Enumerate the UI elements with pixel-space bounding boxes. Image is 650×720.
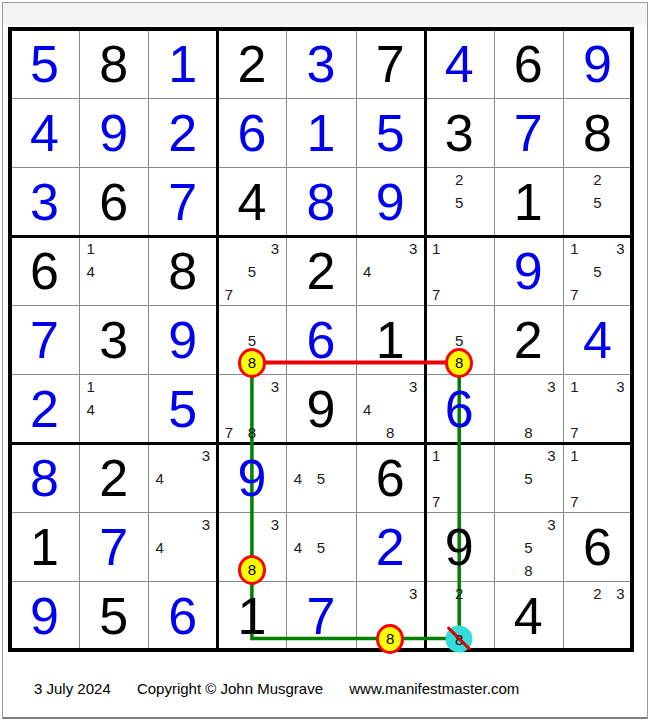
cell-r3c7[interactable]: 25	[425, 167, 494, 236]
cell-value: 3	[10, 167, 79, 236]
cell-value: 8	[286, 167, 355, 236]
cell-r4c3[interactable]: 8	[148, 236, 217, 305]
cell-value: 1	[286, 98, 355, 167]
footer: 3 July 2024 Copyright © John Musgrave ww…	[34, 680, 541, 697]
cell-value: 8	[79, 29, 148, 98]
cell-value: 6	[286, 305, 355, 374]
candidate-4: 4	[156, 470, 164, 485]
cell-value: 9	[425, 512, 494, 581]
cell-r1c5[interactable]: 3	[286, 29, 355, 98]
candidate-3: 3	[202, 516, 210, 531]
candidate-7: 7	[570, 493, 578, 508]
sudoku-page: 5812374694926153783674892512561483572341…	[0, 0, 650, 720]
footer-website: www.manifestmaster.com	[349, 680, 519, 697]
candidate-1: 1	[86, 378, 94, 393]
cell-r5c9[interactable]: 4	[563, 305, 632, 374]
cell-r7c7[interactable]: 17	[425, 443, 494, 512]
cell-value: 9	[356, 167, 425, 236]
cell-r1c3[interactable]: 1	[148, 29, 217, 98]
candidate-3: 3	[616, 240, 624, 255]
cell-value: 7	[494, 98, 563, 167]
cell-r5c2[interactable]: 3	[79, 305, 148, 374]
cell-value: 8	[10, 443, 79, 512]
candidate-3: 3	[409, 585, 417, 600]
cell-r4c9[interactable]: 1357	[563, 236, 632, 305]
cell-r8c2[interactable]: 7	[79, 512, 148, 581]
candidate-2: 2	[593, 585, 601, 600]
cell-value: 1	[356, 305, 425, 374]
cell-r7c9[interactable]: 17	[563, 443, 632, 512]
cell-r8c6[interactable]: 2	[356, 512, 425, 581]
cell-r2c7[interactable]: 3	[425, 98, 494, 167]
cell-value: 2	[286, 236, 355, 305]
cell-r3c2[interactable]: 6	[79, 167, 148, 236]
cell-value: 2	[79, 443, 148, 512]
cell-value: 9	[563, 29, 632, 98]
cell-r5c8[interactable]: 2	[494, 305, 563, 374]
candidate-7: 7	[225, 286, 233, 301]
cell-r7c2[interactable]: 2	[79, 443, 148, 512]
cell-r6c8[interactable]: 38	[494, 374, 563, 443]
cell-r4c4[interactable]: 357	[217, 236, 286, 305]
candidate-2: 2	[593, 171, 601, 186]
cell-r4c1[interactable]: 6	[10, 236, 79, 305]
cell-value: 1	[494, 167, 563, 236]
cell-value: 9	[286, 374, 355, 443]
candidate-8: 8	[248, 562, 256, 577]
cell-value: 6	[494, 29, 563, 98]
cell-r8c5[interactable]: 45	[286, 512, 355, 581]
candidate-7: 7	[570, 424, 578, 439]
cell-value: 6	[563, 512, 632, 581]
cell-r3c8[interactable]: 1	[494, 167, 563, 236]
candidate-5: 5	[593, 194, 601, 209]
candidate-8: 8	[386, 631, 394, 646]
cell-r3c9[interactable]: 25	[563, 167, 632, 236]
cell-value: 4	[425, 29, 494, 98]
cell-value: 7	[286, 581, 355, 650]
candidate-5: 5	[317, 470, 325, 485]
candidate-5: 5	[455, 194, 463, 209]
cell-value: 3	[286, 29, 355, 98]
cell-r7c1[interactable]: 8	[10, 443, 79, 512]
cell-r6c2[interactable]: 14	[79, 374, 148, 443]
cell-value: 5	[356, 98, 425, 167]
candidate-5: 5	[524, 539, 532, 554]
cell-value: 2	[217, 29, 286, 98]
cell-r5c3[interactable]: 9	[148, 305, 217, 374]
candidate-1: 1	[570, 378, 578, 393]
candidate-4: 4	[363, 263, 371, 278]
candidate-4: 4	[363, 401, 371, 416]
cell-value: 7	[10, 305, 79, 374]
cell-r4c2[interactable]: 14	[79, 236, 148, 305]
cell-r8c8[interactable]: 358	[494, 512, 563, 581]
cell-value: 8	[563, 98, 632, 167]
cell-value: 2	[356, 512, 425, 581]
candidate-4: 4	[294, 539, 302, 554]
cell-value: 3	[425, 98, 494, 167]
cell-value: 6	[356, 443, 425, 512]
cell-r9c8[interactable]: 4	[494, 581, 563, 650]
cell-value: 4	[10, 98, 79, 167]
candidate-8: 8	[248, 355, 256, 370]
candidate-3: 3	[547, 378, 555, 393]
cell-value: 6	[217, 98, 286, 167]
cell-r8c3[interactable]: 34	[148, 512, 217, 581]
cells-layer: 5812374694926153783674892512561483572341…	[10, 29, 632, 650]
cell-value: 1	[217, 581, 286, 650]
candidate-3: 3	[271, 378, 279, 393]
footer-date: 3 July 2024	[34, 680, 111, 697]
candidate-5: 5	[248, 263, 256, 278]
candidate-1: 1	[570, 447, 578, 462]
cell-value: 9	[10, 581, 79, 650]
candidate-3: 3	[616, 378, 624, 393]
candidate-5: 5	[524, 470, 532, 485]
candidate-1: 1	[432, 240, 440, 255]
cell-r4c5[interactable]: 2	[286, 236, 355, 305]
candidate-7: 7	[432, 286, 440, 301]
cell-r9c9[interactable]: 23	[563, 581, 632, 650]
cell-r3c6[interactable]: 9	[356, 167, 425, 236]
candidate-5: 5	[593, 263, 601, 278]
cell-value: 7	[148, 167, 217, 236]
cell-r3c5[interactable]: 8	[286, 167, 355, 236]
candidate-4: 4	[86, 401, 94, 416]
cell-r3c1[interactable]: 3	[10, 167, 79, 236]
candidate-5: 5	[455, 332, 463, 347]
cell-r4c8[interactable]: 9	[494, 236, 563, 305]
cell-r9c3[interactable]: 6	[148, 581, 217, 650]
cell-r9c4[interactable]: 1	[217, 581, 286, 650]
cell-r9c1[interactable]: 9	[10, 581, 79, 650]
candidate-3: 3	[547, 516, 555, 531]
cell-value: 6	[79, 167, 148, 236]
cell-r6c1[interactable]: 2	[10, 374, 79, 443]
candidate-3: 3	[271, 516, 279, 531]
candidate-7: 7	[432, 493, 440, 508]
footer-copyright: Copyright © John Musgrave	[137, 680, 323, 697]
candidate-2: 2	[455, 585, 463, 600]
cell-value: 6	[425, 374, 494, 443]
cell-r2c6[interactable]: 5	[356, 98, 425, 167]
cell-r1c4[interactable]: 2	[217, 29, 286, 98]
candidate-8: 8	[455, 631, 463, 646]
cell-value: 9	[217, 443, 286, 512]
cell-value: 4	[494, 581, 563, 650]
cell-r5c5[interactable]: 6	[286, 305, 355, 374]
candidate-4: 4	[294, 470, 302, 485]
cell-r1c7[interactable]: 4	[425, 29, 494, 98]
cell-value: 6	[10, 236, 79, 305]
cell-r9c7[interactable]: 28	[425, 581, 494, 650]
cell-value: 5	[10, 29, 79, 98]
cell-value: 7	[79, 512, 148, 581]
candidate-4: 4	[86, 263, 94, 278]
cell-r1c2[interactable]: 8	[79, 29, 148, 98]
cell-value: 6	[148, 581, 217, 650]
candidate-2: 2	[455, 171, 463, 186]
cell-r2c1[interactable]: 4	[10, 98, 79, 167]
cell-r4c7[interactable]: 17	[425, 236, 494, 305]
cell-r5c6[interactable]: 1	[356, 305, 425, 374]
cell-value: 5	[148, 374, 217, 443]
candidate-5: 5	[248, 332, 256, 347]
cell-r2c4[interactable]: 6	[217, 98, 286, 167]
cell-r7c5[interactable]: 45	[286, 443, 355, 512]
candidate-7: 7	[225, 424, 233, 439]
candidate-8: 8	[248, 424, 256, 439]
cell-r2c8[interactable]: 7	[494, 98, 563, 167]
cell-value: 9	[148, 305, 217, 374]
cell-r6c3[interactable]: 5	[148, 374, 217, 443]
cell-r2c3[interactable]: 2	[148, 98, 217, 167]
candidate-3: 3	[409, 378, 417, 393]
cell-value: 3	[79, 305, 148, 374]
cell-r9c5[interactable]: 7	[286, 581, 355, 650]
candidate-1: 1	[432, 447, 440, 462]
candidate-8: 8	[386, 424, 394, 439]
cell-value: 5	[79, 581, 148, 650]
candidate-3: 3	[271, 240, 279, 255]
cell-r1c9[interactable]: 9	[563, 29, 632, 98]
cell-value: 9	[79, 98, 148, 167]
cell-value: 8	[148, 236, 217, 305]
cell-r7c8[interactable]: 35	[494, 443, 563, 512]
cell-r2c9[interactable]: 8	[563, 98, 632, 167]
candidate-8: 8	[524, 562, 532, 577]
cell-r3c3[interactable]: 7	[148, 167, 217, 236]
candidate-8: 8	[455, 355, 463, 370]
candidate-3: 3	[547, 447, 555, 462]
cell-value: 2	[148, 98, 217, 167]
cell-r6c7[interactable]: 6	[425, 374, 494, 443]
cell-r4c6[interactable]: 34	[356, 236, 425, 305]
cell-r1c1[interactable]: 5	[10, 29, 79, 98]
candidate-3: 3	[202, 447, 210, 462]
candidate-3: 3	[409, 240, 417, 255]
cell-value: 9	[494, 236, 563, 305]
cell-value: 1	[10, 512, 79, 581]
cell-r7c6[interactable]: 6	[356, 443, 425, 512]
cell-r8c7[interactable]: 9	[425, 512, 494, 581]
cell-r5c1[interactable]: 7	[10, 305, 79, 374]
cell-r7c3[interactable]: 34	[148, 443, 217, 512]
cell-r1c6[interactable]: 7	[356, 29, 425, 98]
cell-value: 4	[217, 167, 286, 236]
cell-value: 2	[10, 374, 79, 443]
cell-r3c4[interactable]: 4	[217, 167, 286, 236]
sudoku-board: 5812374694926153783674892512561483572341…	[10, 29, 632, 650]
header-strip	[3, 3, 647, 25]
cell-r2c2[interactable]: 9	[79, 98, 148, 167]
cell-r9c6[interactable]: 38	[356, 581, 425, 650]
cell-r6c9[interactable]: 137	[563, 374, 632, 443]
cell-r6c6[interactable]: 348	[356, 374, 425, 443]
cell-r7c4[interactable]: 9	[217, 443, 286, 512]
cell-value: 4	[563, 305, 632, 374]
candidate-1: 1	[86, 240, 94, 255]
cell-value: 2	[494, 305, 563, 374]
cell-r6c4[interactable]: 378	[217, 374, 286, 443]
candidate-3: 3	[616, 585, 624, 600]
cell-r1c8[interactable]: 6	[494, 29, 563, 98]
cell-r8c1[interactable]: 1	[10, 512, 79, 581]
cell-r8c9[interactable]: 6	[563, 512, 632, 581]
cell-r5c7[interactable]: 58	[425, 305, 494, 374]
candidate-4: 4	[156, 539, 164, 554]
cell-r2c5[interactable]: 1	[286, 98, 355, 167]
candidate-7: 7	[570, 286, 578, 301]
cell-r9c2[interactable]: 5	[79, 581, 148, 650]
cell-value: 7	[356, 29, 425, 98]
cell-r5c4[interactable]: 58	[217, 305, 286, 374]
cell-r6c5[interactable]: 9	[286, 374, 355, 443]
candidate-5: 5	[317, 539, 325, 554]
cell-value: 1	[148, 29, 217, 98]
candidate-1: 1	[570, 240, 578, 255]
candidate-8: 8	[524, 424, 532, 439]
cell-r8c4[interactable]: 38	[217, 512, 286, 581]
